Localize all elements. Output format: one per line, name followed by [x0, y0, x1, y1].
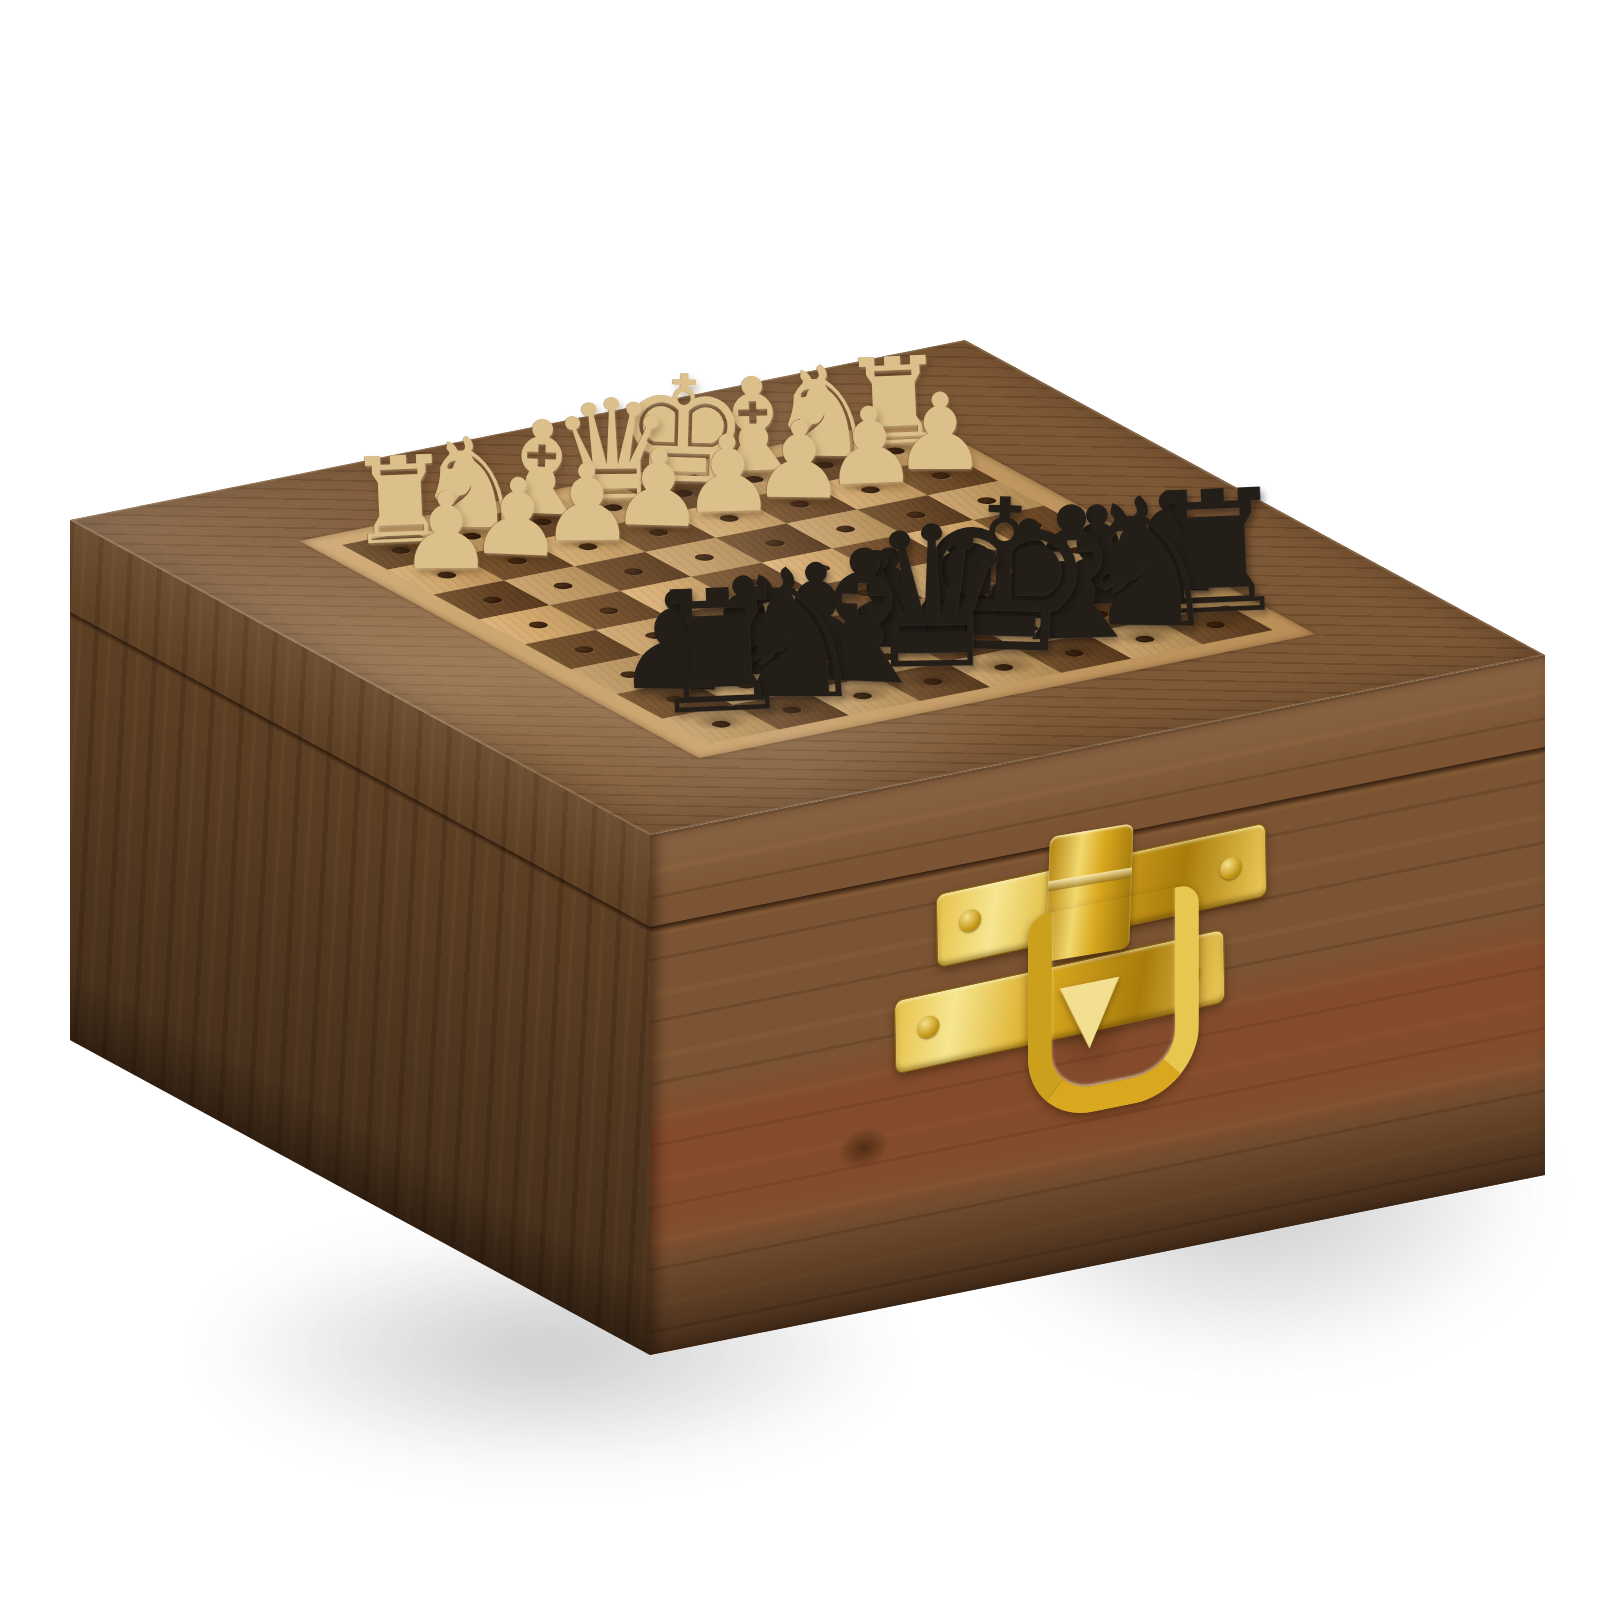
- peg-hole: [479, 596, 505, 605]
- peg-hole: [524, 620, 550, 629]
- black-rook-a8[interactable]: ♜: [642, 565, 800, 740]
- brass-latch[interactable]: [889, 796, 1271, 1173]
- white-pawn-a2[interactable]: ♟: [398, 479, 493, 585]
- latch-catch: [1060, 977, 1120, 1055]
- product-photo-stage: ♜♞♝♛♚♝♞♜♟♟♟♟♟♟♟♟♟♟♟♟♟♟♟♟♜♞♝♛♚♝♞♜: [0, 0, 1600, 1600]
- peg-hole: [570, 645, 596, 654]
- peg-hole: [549, 581, 575, 590]
